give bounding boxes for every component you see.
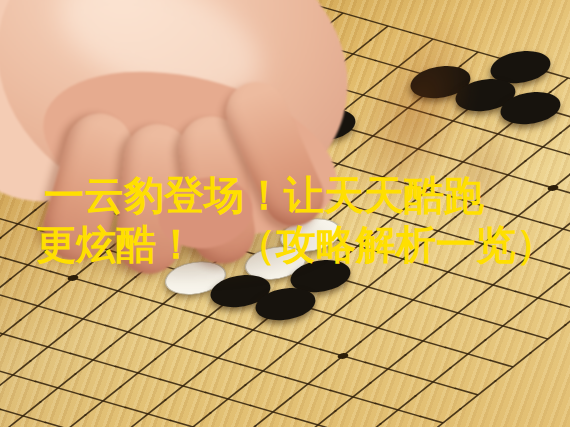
headline-line1: 一云豹登场！让天天酷跑 xyxy=(44,175,484,215)
headline-line2: 更炫酷！ （攻略解析一览） xyxy=(36,224,556,264)
go-board-photo: ●●●●●●●●●●● 一云豹登场！让天天酷跑 更炫酷！ （攻略解析一览） xyxy=(0,0,570,427)
